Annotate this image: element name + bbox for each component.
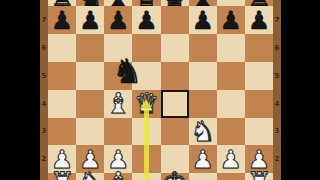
square-f5[interactable] (189, 62, 217, 90)
square-e1[interactable]: ♚ (161, 173, 189, 180)
square-c4[interactable]: ♝ (104, 90, 132, 118)
square-c7[interactable]: ♟ (104, 6, 132, 34)
square-f2[interactable]: ♟ (189, 145, 217, 173)
white-bishop[interactable]: ♝ (106, 169, 131, 180)
square-b5[interactable] (76, 62, 104, 90)
square-g2[interactable]: ♟ (217, 145, 245, 173)
rank-label-2: 2 (40, 155, 48, 164)
square-a6[interactable] (48, 34, 76, 62)
square-a4[interactable] (48, 90, 76, 118)
square-g5[interactable] (217, 62, 245, 90)
square-h3[interactable] (245, 118, 273, 146)
square-a7[interactable]: ♟ (48, 6, 76, 34)
black-pawn[interactable]: ♟ (107, 8, 129, 33)
chess-video-frame: 765432 765432 ♜♞♝♛♚♝♜♟♟♟♟♟♟♟♝♛♞♟♟♟♟♟♟♜♞♝… (0, 0, 320, 180)
white-rook[interactable]: ♜ (246, 169, 271, 180)
square-a5[interactable] (48, 62, 76, 90)
rank-label-3: 3 (273, 127, 281, 136)
square-b4[interactable] (76, 90, 104, 118)
square-c1[interactable]: ♝ (104, 173, 132, 180)
move-arrow-head (140, 99, 152, 109)
square-f7[interactable]: ♟ (189, 6, 217, 34)
square-b1[interactable]: ♞ (76, 173, 104, 180)
square-g1[interactable] (217, 173, 245, 180)
rank-label-5: 5 (273, 72, 281, 81)
square-g4[interactable] (217, 90, 245, 118)
black-pawn[interactable]: ♟ (51, 8, 73, 33)
rank-label-2: 2 (273, 155, 281, 164)
square-h6[interactable] (245, 34, 273, 62)
rank-label-6: 6 (40, 44, 48, 53)
square-b3[interactable] (76, 118, 104, 146)
square-g7[interactable]: ♟ (217, 6, 245, 34)
square-e5[interactable] (161, 62, 189, 90)
square-f4[interactable] (189, 90, 217, 118)
rank-label-5: 5 (40, 72, 48, 81)
square-h5[interactable] (245, 62, 273, 90)
white-bishop[interactable]: ♝ (106, 90, 131, 118)
square-f1[interactable] (189, 173, 217, 180)
black-pawn[interactable]: ♟ (248, 8, 270, 33)
rank-label-3: 3 (40, 127, 48, 136)
square-h7[interactable]: ♟ (245, 6, 273, 34)
rank-label-6: 6 (273, 44, 281, 53)
rank-label-7: 7 (40, 16, 48, 25)
chess-board-frame: 765432 765432 ♜♞♝♛♚♝♜♟♟♟♟♟♟♟♝♛♞♟♟♟♟♟♟♜♞♝… (40, 0, 281, 180)
square-e3[interactable] (161, 118, 189, 146)
square-g6[interactable] (217, 34, 245, 62)
chess-board: ♜♞♝♛♚♝♜♟♟♟♟♟♟♟♝♛♞♟♟♟♟♟♟♜♞♝♚♜ (48, 0, 273, 180)
black-pawn[interactable]: ♟ (135, 8, 157, 33)
rank-label-7: 7 (273, 16, 281, 25)
black-pawn[interactable]: ♟ (191, 8, 213, 33)
square-h4[interactable] (245, 90, 273, 118)
square-h1[interactable]: ♜ (245, 173, 273, 180)
square-d7[interactable]: ♟ (132, 6, 160, 34)
square-c3[interactable] (104, 118, 132, 146)
square-e4[interactable] (161, 90, 189, 118)
white-knight[interactable]: ♞ (190, 118, 215, 146)
white-rook[interactable]: ♜ (50, 169, 75, 180)
square-g3[interactable] (217, 118, 245, 146)
black-pawn[interactable]: ♟ (220, 8, 242, 33)
square-a3[interactable] (48, 118, 76, 146)
white-pawn[interactable]: ♟ (191, 147, 213, 172)
black-pawn[interactable]: ♟ (79, 8, 101, 33)
square-b7[interactable]: ♟ (76, 6, 104, 34)
move-arrow-shaft (144, 108, 149, 180)
rank-label-4: 4 (273, 100, 281, 109)
rank-label-4: 4 (40, 100, 48, 109)
square-b6[interactable] (76, 34, 104, 62)
white-pawn[interactable]: ♟ (220, 147, 242, 172)
square-a1[interactable]: ♜ (48, 173, 76, 180)
square-f6[interactable] (189, 34, 217, 62)
square-e7[interactable] (161, 6, 189, 34)
square-f3[interactable]: ♞ (189, 118, 217, 146)
square-e6[interactable] (161, 34, 189, 62)
white-king[interactable]: ♚ (162, 169, 187, 180)
moving-black-knight-piece[interactable]: ♞ (109, 52, 146, 90)
white-knight[interactable]: ♞ (78, 169, 103, 180)
